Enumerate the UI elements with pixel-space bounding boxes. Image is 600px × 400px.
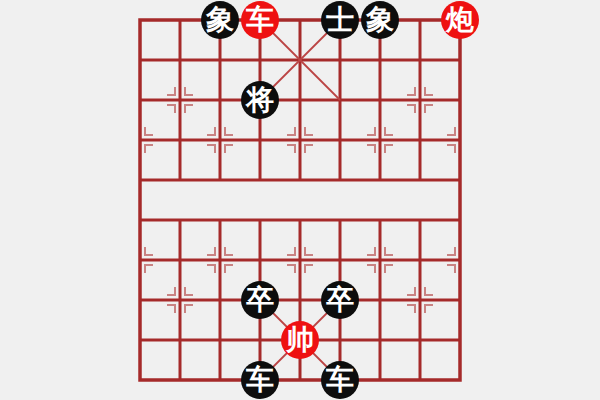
intersection-8-2[interactable] xyxy=(440,80,480,120)
intersection-2-2[interactable] xyxy=(200,80,240,120)
intersection-7-7[interactable] xyxy=(400,280,440,320)
intersection-4-6[interactable] xyxy=(280,240,320,280)
intersection-3-3[interactable] xyxy=(240,120,280,160)
piece-red-cannon[interactable]: 炮 xyxy=(441,1,479,39)
intersection-5-6[interactable] xyxy=(320,240,360,280)
intersection-2-1[interactable] xyxy=(200,40,240,80)
intersection-1-8[interactable] xyxy=(160,320,200,360)
intersection-3-4[interactable] xyxy=(240,160,280,200)
piece-black-pawn[interactable]: 卒 xyxy=(241,281,279,319)
intersection-7-4[interactable] xyxy=(400,160,440,200)
intersection-8-4[interactable] xyxy=(440,160,480,200)
intersection-8-8[interactable] xyxy=(440,320,480,360)
intersection-8-3[interactable] xyxy=(440,120,480,160)
intersection-6-3[interactable] xyxy=(360,120,400,160)
intersection-4-1[interactable] xyxy=(280,40,320,80)
intersection-7-6[interactable] xyxy=(400,240,440,280)
intersection-4-8[interactable]: 帅 xyxy=(280,320,320,360)
intersection-5-1[interactable] xyxy=(320,40,360,80)
intersection-3-1[interactable] xyxy=(240,40,280,80)
intersection-0-7[interactable] xyxy=(120,280,160,320)
intersection-0-2[interactable] xyxy=(120,80,160,120)
intersection-3-0[interactable]: 车 xyxy=(240,0,280,40)
intersection-7-8[interactable] xyxy=(400,320,440,360)
intersection-1-2[interactable] xyxy=(160,80,200,120)
intersection-3-6[interactable] xyxy=(240,240,280,280)
intersection-5-0[interactable]: 士 xyxy=(320,0,360,40)
intersection-7-5[interactable] xyxy=(400,200,440,240)
piece-red-general[interactable]: 帅 xyxy=(281,321,319,359)
intersection-0-6[interactable] xyxy=(120,240,160,280)
intersection-6-8[interactable] xyxy=(360,320,400,360)
xiangqi-board: 象车士象炮将卒卒帅车车 xyxy=(120,0,480,400)
intersection-2-0[interactable]: 象 xyxy=(200,0,240,40)
intersection-8-6[interactable] xyxy=(440,240,480,280)
intersection-4-9[interactable] xyxy=(280,360,320,400)
intersection-2-7[interactable] xyxy=(200,280,240,320)
intersection-1-4[interactable] xyxy=(160,160,200,200)
intersection-5-2[interactable] xyxy=(320,80,360,120)
intersection-4-3[interactable] xyxy=(280,120,320,160)
intersection-0-1[interactable] xyxy=(120,40,160,80)
intersection-5-4[interactable] xyxy=(320,160,360,200)
intersection-2-6[interactable] xyxy=(200,240,240,280)
intersection-4-7[interactable] xyxy=(280,280,320,320)
intersection-3-9[interactable]: 车 xyxy=(240,360,280,400)
intersection-1-3[interactable] xyxy=(160,120,200,160)
piece-black-chariot[interactable]: 车 xyxy=(241,361,279,399)
intersection-4-2[interactable] xyxy=(280,80,320,120)
intersection-0-5[interactable] xyxy=(120,200,160,240)
intersection-3-5[interactable] xyxy=(240,200,280,240)
intersection-6-2[interactable] xyxy=(360,80,400,120)
intersection-7-2[interactable] xyxy=(400,80,440,120)
piece-black-advisor[interactable]: 士 xyxy=(321,1,359,39)
intersection-1-7[interactable] xyxy=(160,280,200,320)
intersection-4-4[interactable] xyxy=(280,160,320,200)
intersection-0-4[interactable] xyxy=(120,160,160,200)
intersection-1-1[interactable] xyxy=(160,40,200,80)
intersection-7-9[interactable] xyxy=(400,360,440,400)
intersection-8-9[interactable] xyxy=(440,360,480,400)
intersection-6-4[interactable] xyxy=(360,160,400,200)
intersection-5-9[interactable]: 车 xyxy=(320,360,360,400)
intersection-0-9[interactable] xyxy=(120,360,160,400)
intersection-6-0[interactable]: 象 xyxy=(360,0,400,40)
intersection-2-4[interactable] xyxy=(200,160,240,200)
intersection-8-0[interactable]: 炮 xyxy=(440,0,480,40)
piece-black-chariot[interactable]: 车 xyxy=(321,361,359,399)
intersection-8-7[interactable] xyxy=(440,280,480,320)
intersection-7-3[interactable] xyxy=(400,120,440,160)
intersection-6-9[interactable] xyxy=(360,360,400,400)
intersection-2-3[interactable] xyxy=(200,120,240,160)
piece-black-elephant[interactable]: 象 xyxy=(201,1,239,39)
intersection-8-1[interactable] xyxy=(440,40,480,80)
intersection-4-0[interactable] xyxy=(280,0,320,40)
intersection-7-1[interactable] xyxy=(400,40,440,80)
intersection-0-0[interactable] xyxy=(120,0,160,40)
intersection-1-5[interactable] xyxy=(160,200,200,240)
piece-black-elephant[interactable]: 象 xyxy=(361,1,399,39)
intersection-7-0[interactable] xyxy=(400,0,440,40)
intersection-6-1[interactable] xyxy=(360,40,400,80)
intersection-6-5[interactable] xyxy=(360,200,400,240)
intersection-3-2[interactable]: 将 xyxy=(240,80,280,120)
intersection-4-5[interactable] xyxy=(280,200,320,240)
piece-black-pawn[interactable]: 卒 xyxy=(321,281,359,319)
intersection-5-3[interactable] xyxy=(320,120,360,160)
intersection-5-7[interactable]: 卒 xyxy=(320,280,360,320)
intersection-3-7[interactable]: 卒 xyxy=(240,280,280,320)
intersection-0-8[interactable] xyxy=(120,320,160,360)
intersection-1-6[interactable] xyxy=(160,240,200,280)
intersection-6-6[interactable] xyxy=(360,240,400,280)
piece-red-chariot[interactable]: 车 xyxy=(241,1,279,39)
piece-black-general[interactable]: 将 xyxy=(241,81,279,119)
intersection-2-5[interactable] xyxy=(200,200,240,240)
intersection-5-8[interactable] xyxy=(320,320,360,360)
intersection-1-0[interactable] xyxy=(160,0,200,40)
intersection-8-5[interactable] xyxy=(440,200,480,240)
intersection-2-9[interactable] xyxy=(200,360,240,400)
intersection-3-8[interactable] xyxy=(240,320,280,360)
intersection-5-5[interactable] xyxy=(320,200,360,240)
intersection-2-8[interactable] xyxy=(200,320,240,360)
xiangqi-diagram: 象车士象炮将卒卒帅车车 xyxy=(0,0,600,400)
intersection-1-9[interactable] xyxy=(160,360,200,400)
intersection-0-3[interactable] xyxy=(120,120,160,160)
intersection-6-7[interactable] xyxy=(360,280,400,320)
